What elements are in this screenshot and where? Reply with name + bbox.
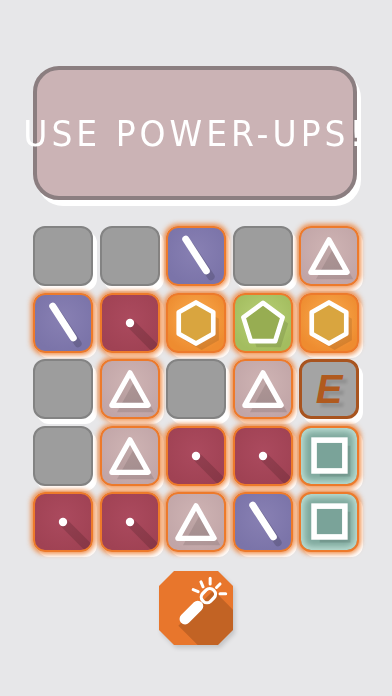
tile-r2c1-slash[interactable] — [33, 293, 93, 353]
tile-r1c4-empty — [233, 226, 293, 286]
triangle-shape — [102, 428, 158, 484]
letter-e-glyph: E — [316, 369, 343, 409]
square-shape — [301, 428, 357, 484]
powerup-button-row — [0, 571, 392, 645]
tile-r3c4-triangle[interactable] — [233, 359, 293, 419]
slash-shape — [168, 228, 224, 284]
tile-r1c2-empty — [100, 226, 160, 286]
tile-r3c2-triangle[interactable] — [100, 359, 160, 419]
tile-r5c1-dot[interactable] — [33, 492, 93, 552]
hexagon-shape — [301, 295, 357, 351]
tile-r4c1-empty — [33, 426, 93, 486]
tile-r4c3-dot[interactable] — [166, 426, 226, 486]
tile-r5c5-square[interactable] — [299, 492, 359, 552]
tile-r5c3-triangle[interactable] — [166, 492, 226, 552]
tile-r3c5-letter-e[interactable]: E — [299, 359, 359, 419]
slash-shape — [35, 295, 91, 351]
square-shape — [301, 494, 357, 550]
tile-r1c5-triangle[interactable] — [299, 226, 359, 286]
dot-shape — [168, 428, 224, 484]
tile-r4c5-square[interactable] — [299, 426, 359, 486]
tile-r2c5-hexagon[interactable] — [299, 293, 359, 353]
tile-r2c4-pentagon[interactable] — [233, 293, 293, 353]
pentagon-shape — [235, 295, 291, 351]
tile-r3c1-empty — [33, 359, 93, 419]
dot-shape — [102, 494, 158, 550]
tile-r1c1-empty — [33, 226, 93, 286]
tile-r2c3-hexagon[interactable] — [166, 293, 226, 353]
game-board: E — [33, 226, 359, 552]
tile-r5c2-dot[interactable] — [100, 492, 160, 552]
slash-shape — [235, 494, 291, 550]
hexagon-shape — [168, 295, 224, 351]
dot-shape — [102, 295, 158, 351]
triangle-shape — [102, 361, 158, 417]
powerup-wand-button[interactable] — [159, 571, 233, 645]
dot-shape — [235, 428, 291, 484]
tile-r3c3-empty — [166, 359, 226, 419]
tile-r1c3-slash[interactable] — [166, 226, 226, 286]
powerups-banner: USE POWER-UPS! — [33, 66, 357, 200]
triangle-shape — [301, 228, 357, 284]
banner-text: USE POWER-UPS! — [23, 112, 367, 154]
dot-shape — [35, 494, 91, 550]
triangle-shape — [235, 361, 291, 417]
tile-r4c2-triangle[interactable] — [100, 426, 160, 486]
magic-wand-icon — [159, 571, 233, 645]
triangle-shape — [168, 494, 224, 550]
tile-r5c4-slash[interactable] — [233, 492, 293, 552]
tile-r4c4-dot[interactable] — [233, 426, 293, 486]
tile-r2c2-dot[interactable] — [100, 293, 160, 353]
